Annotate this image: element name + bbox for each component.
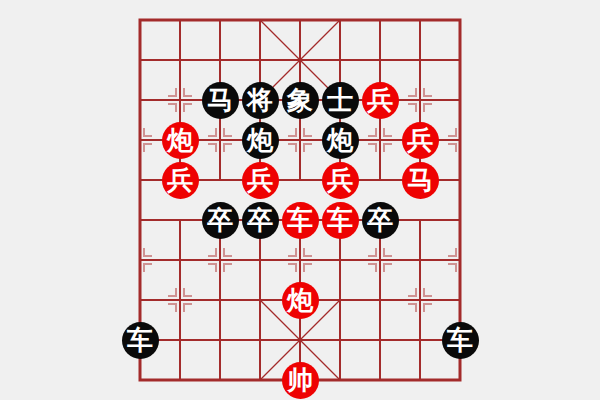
board-point-8-4[interactable] <box>440 160 480 200</box>
piece-black-cannon[interactable]: 炮 <box>242 122 279 159</box>
board-point-0-0[interactable] <box>120 0 160 40</box>
board-point-0-1[interactable] <box>120 40 160 80</box>
board-point-8-9[interactable] <box>440 360 480 400</box>
piece-red-soldier[interactable]: 兵 <box>402 122 439 159</box>
piece-black-advisor[interactable]: 士 <box>322 82 359 119</box>
board-point-1-8[interactable] <box>160 320 200 360</box>
board-point-3-4[interactable]: 兵 <box>240 160 280 200</box>
piece-red-soldier[interactable]: 兵 <box>322 162 359 199</box>
board-point-6-1[interactable] <box>360 40 400 80</box>
board-point-8-0[interactable] <box>440 0 480 40</box>
board-point-1-2[interactable] <box>160 80 200 120</box>
board-point-3-3[interactable]: 炮 <box>240 120 280 160</box>
board-point-6-0[interactable] <box>360 0 400 40</box>
piece-black-chariot[interactable]: 车 <box>122 322 159 359</box>
board-point-5-9[interactable] <box>320 360 360 400</box>
board-point-6-2[interactable]: 兵 <box>360 80 400 120</box>
board-point-0-9[interactable] <box>120 360 160 400</box>
piece-red-cannon[interactable]: 炮 <box>282 282 319 319</box>
board-point-6-9[interactable] <box>360 360 400 400</box>
board-point-3-2[interactable]: 将 <box>240 80 280 120</box>
board-point-7-5[interactable] <box>400 200 440 240</box>
board-point-5-2[interactable]: 士 <box>320 80 360 120</box>
board-point-3-9[interactable] <box>240 360 280 400</box>
board-point-1-5[interactable] <box>160 200 200 240</box>
board-point-8-8[interactable]: 车 <box>440 320 480 360</box>
board-point-0-8[interactable]: 车 <box>120 320 160 360</box>
board-point-5-5[interactable]: 车 <box>320 200 360 240</box>
board-point-2-7[interactable] <box>200 280 240 320</box>
board-point-4-7[interactable]: 炮 <box>280 280 320 320</box>
board-point-7-2[interactable] <box>400 80 440 120</box>
board-point-0-3[interactable] <box>120 120 160 160</box>
board-point-7-1[interactable] <box>400 40 440 80</box>
board-point-1-7[interactable] <box>160 280 200 320</box>
board-point-6-5[interactable]: 卒 <box>360 200 400 240</box>
board-point-2-6[interactable] <box>200 240 240 280</box>
board-point-5-7[interactable] <box>320 280 360 320</box>
board-point-3-6[interactable] <box>240 240 280 280</box>
board-point-8-6[interactable] <box>440 240 480 280</box>
piece-red-cannon[interactable]: 炮 <box>162 122 199 159</box>
board-point-6-8[interactable] <box>360 320 400 360</box>
board-point-0-2[interactable] <box>120 80 160 120</box>
board-point-3-0[interactable] <box>240 0 280 40</box>
board-point-4-9[interactable]: 帅 <box>280 360 320 400</box>
board-point-0-5[interactable] <box>120 200 160 240</box>
board-point-8-7[interactable] <box>440 280 480 320</box>
board-point-0-4[interactable] <box>120 160 160 200</box>
board-point-2-0[interactable] <box>200 0 240 40</box>
board-point-5-3[interactable]: 炮 <box>320 120 360 160</box>
board-point-4-5[interactable]: 车 <box>280 200 320 240</box>
piece-red-soldier[interactable]: 兵 <box>242 162 279 199</box>
board-point-7-3[interactable]: 兵 <box>400 120 440 160</box>
board-point-5-8[interactable] <box>320 320 360 360</box>
board-point-8-5[interactable] <box>440 200 480 240</box>
xiangqi-board: 马将象士兵炮炮炮兵兵兵兵马卒卒车车卒炮车车帅 <box>0 0 600 400</box>
piece-black-chariot[interactable]: 车 <box>442 322 479 359</box>
board-point-7-9[interactable] <box>400 360 440 400</box>
board-point-2-8[interactable] <box>200 320 240 360</box>
piece-black-cannon[interactable]: 炮 <box>322 122 359 159</box>
board-point-7-8[interactable] <box>400 320 440 360</box>
board-point-3-7[interactable] <box>240 280 280 320</box>
board-point-4-1[interactable] <box>280 40 320 80</box>
board-point-7-4[interactable]: 马 <box>400 160 440 200</box>
piece-black-elephant[interactable]: 象 <box>282 82 319 119</box>
board-point-5-6[interactable] <box>320 240 360 280</box>
board-point-6-4[interactable] <box>360 160 400 200</box>
board-point-1-4[interactable]: 兵 <box>160 160 200 200</box>
board-point-7-6[interactable] <box>400 240 440 280</box>
piece-black-soldier[interactable]: 卒 <box>242 202 279 239</box>
board-point-6-7[interactable] <box>360 280 400 320</box>
board-point-2-3[interactable] <box>200 120 240 160</box>
piece-black-soldier[interactable]: 卒 <box>362 202 399 239</box>
board-point-8-1[interactable] <box>440 40 480 80</box>
board-point-1-6[interactable] <box>160 240 200 280</box>
board-point-3-1[interactable] <box>240 40 280 80</box>
board-point-6-6[interactable] <box>360 240 400 280</box>
board-point-7-7[interactable] <box>400 280 440 320</box>
board-point-1-1[interactable] <box>160 40 200 80</box>
piece-red-horse[interactable]: 马 <box>402 162 439 199</box>
board-point-1-9[interactable] <box>160 360 200 400</box>
board-point-5-0[interactable] <box>320 0 360 40</box>
board-point-4-8[interactable] <box>280 320 320 360</box>
board-point-0-7[interactable] <box>120 280 160 320</box>
piece-red-chariot[interactable]: 车 <box>322 202 359 239</box>
board-point-4-2[interactable]: 象 <box>280 80 320 120</box>
board-point-7-0[interactable] <box>400 0 440 40</box>
board-point-6-3[interactable] <box>360 120 400 160</box>
board-point-3-8[interactable] <box>240 320 280 360</box>
board-point-3-5[interactable]: 卒 <box>240 200 280 240</box>
board-point-2-4[interactable] <box>200 160 240 200</box>
board-point-1-0[interactable] <box>160 0 200 40</box>
piece-black-general[interactable]: 将 <box>242 82 279 119</box>
board-grid: 马将象士兵炮炮炮兵兵兵兵马卒卒车车卒炮车车帅 <box>120 0 480 400</box>
board-point-2-9[interactable] <box>200 360 240 400</box>
piece-red-chariot[interactable]: 车 <box>282 202 319 239</box>
board-point-0-6[interactable] <box>120 240 160 280</box>
piece-black-soldier[interactable]: 卒 <box>202 202 239 239</box>
board-point-4-4[interactable] <box>280 160 320 200</box>
board-point-2-5[interactable]: 卒 <box>200 200 240 240</box>
board-point-1-3[interactable]: 炮 <box>160 120 200 160</box>
piece-red-soldier[interactable]: 兵 <box>362 82 399 119</box>
board-point-4-0[interactable] <box>280 0 320 40</box>
board-point-4-6[interactable] <box>280 240 320 280</box>
piece-red-general[interactable]: 帅 <box>282 362 319 399</box>
board-point-5-4[interactable]: 兵 <box>320 160 360 200</box>
board-point-4-3[interactable] <box>280 120 320 160</box>
board-point-2-1[interactable] <box>200 40 240 80</box>
board-point-8-3[interactable] <box>440 120 480 160</box>
board-point-2-2[interactable]: 马 <box>200 80 240 120</box>
board-point-5-1[interactable] <box>320 40 360 80</box>
board-point-8-2[interactable] <box>440 80 480 120</box>
piece-black-horse[interactable]: 马 <box>202 82 239 119</box>
piece-red-soldier[interactable]: 兵 <box>162 162 199 199</box>
